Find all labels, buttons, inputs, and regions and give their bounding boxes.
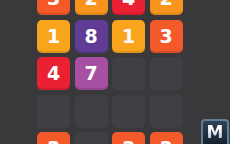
- m-logo-letter: M: [207, 124, 224, 141]
- empty-cell-r5c2: [75, 132, 108, 144]
- empty-cell-r4c4: [150, 95, 183, 128]
- tile-3-r1c1[interactable]: 3: [37, 0, 70, 15]
- tile-3-r5c1[interactable]: 3: [37, 132, 70, 144]
- tile-4-r1c3[interactable]: 4: [112, 0, 145, 15]
- game-screen: 3242181347333 M: [0, 0, 230, 144]
- tile-1-r2c3[interactable]: 1: [112, 20, 145, 53]
- tile-3-r5c3[interactable]: 3: [112, 132, 145, 144]
- tile-3-r5c4[interactable]: 3: [150, 132, 183, 144]
- empty-cell-r3c3: [112, 57, 145, 90]
- tile-2-r1c2[interactable]: 2: [75, 0, 108, 15]
- empty-cell-r4c2: [75, 95, 108, 128]
- tile-4-r3c1[interactable]: 4: [37, 57, 70, 90]
- empty-cell-r4c1: [37, 95, 70, 128]
- tile-1-r2c1[interactable]: 1: [37, 20, 70, 53]
- brand-watermark-logo[interactable]: M: [201, 119, 229, 144]
- tile-7-r3c2[interactable]: 7: [75, 57, 108, 90]
- tile-8-r2c2[interactable]: 8: [75, 20, 108, 53]
- tile-3-r2c4[interactable]: 3: [150, 20, 183, 53]
- empty-cell-r4c3: [112, 95, 145, 128]
- empty-cell-r3c4: [150, 57, 183, 90]
- board: 3242181347333: [37, 0, 183, 144]
- tile-2-r1c4[interactable]: 2: [150, 0, 183, 15]
